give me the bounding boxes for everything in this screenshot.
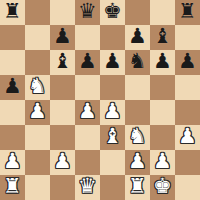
square-b3[interactable] — [25, 125, 50, 150]
square-g3[interactable] — [150, 125, 175, 150]
piece-white-pawn: ♟ — [103, 99, 122, 124]
piece-black-king: ♚ — [103, 0, 122, 24]
square-h3[interactable]: ♟ — [175, 125, 200, 150]
square-e2[interactable] — [100, 150, 125, 175]
square-g7[interactable]: ♝ — [150, 25, 175, 50]
square-c4[interactable] — [50, 100, 75, 125]
square-f7[interactable]: ♟ — [125, 25, 150, 50]
piece-black-pawn: ♟ — [128, 24, 147, 49]
square-b7[interactable] — [25, 25, 50, 50]
piece-white-bishop: ♝ — [103, 124, 122, 149]
square-d6[interactable]: ♟ — [75, 50, 100, 75]
square-b6[interactable] — [25, 50, 50, 75]
piece-white-queen: ♛ — [78, 174, 97, 199]
square-b4[interactable]: ♟ — [25, 100, 50, 125]
square-a1[interactable]: ♜ — [0, 175, 25, 200]
piece-black-pawn: ♟ — [178, 49, 197, 74]
piece-white-pawn: ♟ — [178, 124, 197, 149]
square-d3[interactable] — [75, 125, 100, 150]
piece-white-pawn: ♟ — [78, 99, 97, 124]
piece-black-bishop: ♝ — [53, 49, 72, 74]
square-b5[interactable]: ♞ — [25, 75, 50, 100]
square-h7[interactable] — [175, 25, 200, 50]
square-h8[interactable]: ♜ — [175, 0, 200, 25]
square-a3[interactable] — [0, 125, 25, 150]
piece-black-rook: ♜ — [178, 0, 197, 24]
square-d2[interactable] — [75, 150, 100, 175]
piece-white-pawn: ♟ — [153, 149, 172, 174]
square-c7[interactable]: ♟ — [50, 25, 75, 50]
square-e5[interactable] — [100, 75, 125, 100]
square-g6[interactable]: ♟ — [150, 50, 175, 75]
square-h6[interactable]: ♟ — [175, 50, 200, 75]
square-e6[interactable]: ♟ — [100, 50, 125, 75]
square-b1[interactable] — [25, 175, 50, 200]
square-g2[interactable]: ♟ — [150, 150, 175, 175]
piece-white-pawn: ♟ — [128, 149, 147, 174]
square-h1[interactable] — [175, 175, 200, 200]
square-f8[interactable] — [125, 0, 150, 25]
square-g5[interactable] — [150, 75, 175, 100]
piece-black-pawn: ♟ — [3, 74, 22, 99]
square-d8[interactable]: ♛ — [75, 0, 100, 25]
square-g8[interactable] — [150, 0, 175, 25]
chess-board: ♜♛♚♜♟♟♝♝♟♟♞♟♟♟♞♟♟♟♝♞♟♟♟♟♟♜♛♜♚ — [0, 0, 200, 200]
square-b2[interactable] — [25, 150, 50, 175]
square-f5[interactable] — [125, 75, 150, 100]
square-e8[interactable]: ♚ — [100, 0, 125, 25]
piece-white-king: ♚ — [153, 174, 172, 199]
square-e1[interactable] — [100, 175, 125, 200]
square-f1[interactable]: ♜ — [125, 175, 150, 200]
piece-black-pawn: ♟ — [103, 49, 122, 74]
square-c1[interactable] — [50, 175, 75, 200]
square-c5[interactable] — [50, 75, 75, 100]
piece-white-knight: ♞ — [128, 124, 147, 149]
square-f6[interactable]: ♞ — [125, 50, 150, 75]
piece-white-pawn: ♟ — [53, 149, 72, 174]
square-h4[interactable] — [175, 100, 200, 125]
square-h5[interactable] — [175, 75, 200, 100]
piece-black-rook: ♜ — [3, 0, 22, 24]
piece-white-pawn: ♟ — [3, 149, 22, 174]
square-a7[interactable] — [0, 25, 25, 50]
piece-black-bishop: ♝ — [153, 24, 172, 49]
square-h2[interactable] — [175, 150, 200, 175]
square-d7[interactable] — [75, 25, 100, 50]
piece-black-pawn: ♟ — [153, 49, 172, 74]
square-f4[interactable] — [125, 100, 150, 125]
piece-white-pawn: ♟ — [28, 99, 47, 124]
square-c3[interactable] — [50, 125, 75, 150]
square-c6[interactable]: ♝ — [50, 50, 75, 75]
square-c8[interactable] — [50, 0, 75, 25]
square-a2[interactable]: ♟ — [0, 150, 25, 175]
square-a8[interactable]: ♜ — [0, 0, 25, 25]
square-a5[interactable]: ♟ — [0, 75, 25, 100]
square-e7[interactable] — [100, 25, 125, 50]
piece-black-pawn: ♟ — [78, 49, 97, 74]
piece-white-rook: ♜ — [128, 174, 147, 199]
piece-white-knight: ♞ — [28, 74, 47, 99]
piece-black-queen: ♛ — [78, 0, 97, 24]
square-a6[interactable] — [0, 50, 25, 75]
square-a4[interactable] — [0, 100, 25, 125]
square-d1[interactable]: ♛ — [75, 175, 100, 200]
piece-black-pawn: ♟ — [53, 24, 72, 49]
square-f3[interactable]: ♞ — [125, 125, 150, 150]
piece-black-knight: ♞ — [128, 49, 147, 74]
square-g4[interactable] — [150, 100, 175, 125]
square-c2[interactable]: ♟ — [50, 150, 75, 175]
square-b8[interactable] — [25, 0, 50, 25]
square-f2[interactable]: ♟ — [125, 150, 150, 175]
square-d5[interactable] — [75, 75, 100, 100]
square-d4[interactable]: ♟ — [75, 100, 100, 125]
square-g1[interactable]: ♚ — [150, 175, 175, 200]
square-e4[interactable]: ♟ — [100, 100, 125, 125]
piece-white-rook: ♜ — [3, 174, 22, 199]
square-e3[interactable]: ♝ — [100, 125, 125, 150]
